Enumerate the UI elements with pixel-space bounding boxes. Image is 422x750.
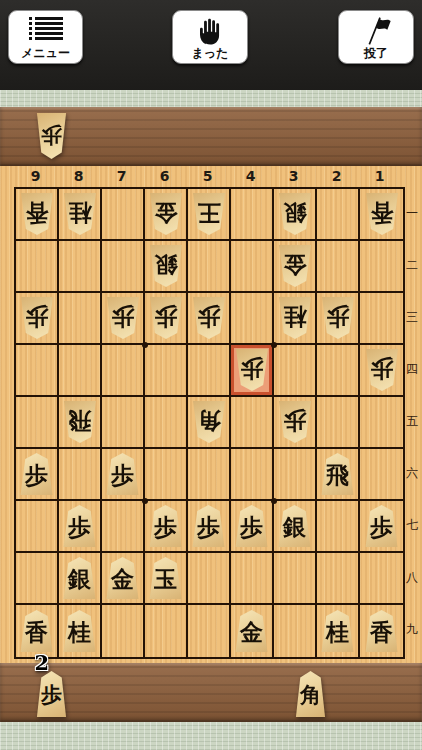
square-64[interactable] bbox=[145, 345, 188, 397]
sente-piece[interactable]: 飛 bbox=[321, 453, 355, 495]
square-68[interactable]: 玉 bbox=[145, 553, 188, 605]
square-69[interactable] bbox=[145, 605, 188, 657]
sente-piece[interactable]: 桂 bbox=[63, 610, 97, 652]
gote-piece[interactable]: 金 bbox=[278, 245, 312, 287]
file-coordinate-labels: 987654321 bbox=[14, 166, 401, 187]
toolbar: メニュー まった 投了 bbox=[0, 0, 422, 90]
square-31[interactable]: 銀 bbox=[274, 189, 317, 241]
square-36[interactable] bbox=[274, 449, 317, 501]
gote-piece[interactable]: 歩 bbox=[106, 297, 140, 339]
square-41[interactable] bbox=[231, 189, 274, 241]
resign-button-label: 投了 bbox=[364, 47, 388, 60]
square-35[interactable]: 歩 bbox=[274, 397, 317, 449]
gote-piece[interactable]: 角 bbox=[192, 401, 226, 443]
star-point bbox=[142, 498, 148, 504]
rank-label-5: 五 bbox=[402, 395, 422, 447]
square-93[interactable]: 歩 bbox=[16, 293, 59, 345]
sente-piece[interactable]: 歩 bbox=[192, 505, 226, 547]
square-21[interactable] bbox=[317, 189, 360, 241]
rank-label-9: 九 bbox=[402, 603, 422, 655]
square-85[interactable]: 飛 bbox=[59, 397, 102, 449]
sente-piece[interactable]: 歩 bbox=[20, 453, 54, 495]
square-76[interactable]: 歩 bbox=[102, 449, 145, 501]
square-72[interactable] bbox=[102, 241, 145, 293]
square-88[interactable]: 銀 bbox=[59, 553, 102, 605]
gote-piece[interactable]: 桂 bbox=[278, 297, 312, 339]
gote-piece[interactable]: 王 bbox=[192, 193, 226, 235]
square-47[interactable]: 歩 bbox=[231, 501, 274, 553]
square-78[interactable]: 金 bbox=[102, 553, 145, 605]
rank-label-1: 一 bbox=[402, 187, 422, 239]
file-label-3: 3 bbox=[272, 166, 315, 187]
square-66[interactable] bbox=[145, 449, 188, 501]
file-label-2: 2 bbox=[315, 166, 358, 187]
square-63[interactable]: 歩 bbox=[145, 293, 188, 345]
sente-piece[interactable]: 歩 bbox=[235, 505, 269, 547]
square-59[interactable] bbox=[188, 605, 231, 657]
square-75[interactable] bbox=[102, 397, 145, 449]
square-23[interactable]: 歩 bbox=[317, 293, 360, 345]
menu-button-label: メニュー bbox=[21, 47, 70, 60]
gote-piece[interactable]: 歩 bbox=[20, 297, 54, 339]
gote-piece[interactable]: 金 bbox=[149, 193, 183, 235]
square-18[interactable] bbox=[360, 553, 403, 605]
square-97[interactable] bbox=[16, 501, 59, 553]
rank-coordinate-labels: 一二三四五六七八九 bbox=[402, 187, 422, 655]
square-71[interactable] bbox=[102, 189, 145, 241]
matta-undo-button[interactable]: まった bbox=[172, 10, 248, 64]
square-26[interactable]: 飛 bbox=[317, 449, 360, 501]
square-79[interactable] bbox=[102, 605, 145, 657]
sente-piece[interactable]: 歩 bbox=[106, 453, 140, 495]
matta-button-label: まった bbox=[192, 47, 229, 60]
square-49[interactable]: 金 bbox=[231, 605, 274, 657]
square-94[interactable] bbox=[16, 345, 59, 397]
square-37[interactable]: 銀 bbox=[274, 501, 317, 553]
gote-piece[interactable]: 桂 bbox=[63, 193, 97, 235]
square-14[interactable]: 歩 bbox=[360, 345, 403, 397]
square-98[interactable] bbox=[16, 553, 59, 605]
flag-icon bbox=[339, 15, 413, 47]
raised-hand-icon bbox=[173, 15, 247, 47]
square-24[interactable] bbox=[317, 345, 360, 397]
file-label-1: 1 bbox=[358, 166, 401, 187]
menu-list-icon bbox=[9, 15, 82, 45]
square-55[interactable]: 角 bbox=[188, 397, 231, 449]
square-13[interactable] bbox=[360, 293, 403, 345]
square-54[interactable] bbox=[188, 345, 231, 397]
square-56[interactable] bbox=[188, 449, 231, 501]
square-96[interactable]: 歩 bbox=[16, 449, 59, 501]
gote-piece[interactable]: 歩 bbox=[149, 297, 183, 339]
sente-piece[interactable]: 歩 bbox=[149, 505, 183, 547]
gote-piece[interactable]: 香 bbox=[365, 193, 399, 235]
rank-label-6: 六 bbox=[402, 447, 422, 499]
file-label-6: 6 bbox=[143, 166, 186, 187]
square-28[interactable] bbox=[317, 553, 360, 605]
square-91[interactable]: 香 bbox=[16, 189, 59, 241]
gote-piece[interactable]: 歩 bbox=[278, 401, 312, 443]
square-25[interactable] bbox=[317, 397, 360, 449]
square-17[interactable]: 歩 bbox=[360, 501, 403, 553]
square-11[interactable]: 香 bbox=[360, 189, 403, 241]
sente-piece[interactable]: 歩 bbox=[63, 505, 97, 547]
resign-button[interactable]: 投了 bbox=[338, 10, 414, 64]
gote-piece[interactable]: 銀 bbox=[278, 193, 312, 235]
gote-hand-glyph[interactable]: 歩 bbox=[36, 113, 67, 159]
rank-label-7: 七 bbox=[402, 499, 422, 551]
square-86[interactable] bbox=[59, 449, 102, 501]
square-84[interactable] bbox=[59, 345, 102, 397]
sente-piece[interactable]: 歩 bbox=[365, 505, 399, 547]
square-62[interactable]: 銀 bbox=[145, 241, 188, 293]
square-61[interactable]: 金 bbox=[145, 189, 188, 241]
menu-button[interactable]: メニュー bbox=[8, 10, 83, 64]
square-32[interactable]: 金 bbox=[274, 241, 317, 293]
square-43[interactable] bbox=[231, 293, 274, 345]
square-27[interactable] bbox=[317, 501, 360, 553]
square-57[interactable]: 歩 bbox=[188, 501, 231, 553]
star-point bbox=[271, 498, 277, 504]
gote-captured-tray: 歩 bbox=[0, 107, 422, 166]
square-16[interactable] bbox=[360, 449, 403, 501]
sente-piece[interactable]: 香 bbox=[365, 610, 399, 652]
rank-label-2: 二 bbox=[402, 239, 422, 291]
square-81[interactable]: 桂 bbox=[59, 189, 102, 241]
square-15[interactable] bbox=[360, 397, 403, 449]
sente-piece[interactable]: 銀 bbox=[278, 505, 312, 547]
square-39[interactable] bbox=[274, 605, 317, 657]
square-38[interactable] bbox=[274, 553, 317, 605]
sente-hand-glyph[interactable]: 角 bbox=[295, 671, 326, 717]
square-34[interactable] bbox=[274, 345, 317, 397]
square-52[interactable] bbox=[188, 241, 231, 293]
gote-piece[interactable]: 飛 bbox=[63, 401, 97, 443]
rank-label-3: 三 bbox=[402, 291, 422, 343]
rank-label-4: 四 bbox=[402, 343, 422, 395]
sente-piece[interactable]: 玉 bbox=[149, 557, 183, 599]
square-46[interactable] bbox=[231, 449, 274, 501]
square-65[interactable] bbox=[145, 397, 188, 449]
sente-piece[interactable]: 金 bbox=[235, 610, 269, 652]
square-74[interactable] bbox=[102, 345, 145, 397]
square-29[interactable]: 桂 bbox=[317, 605, 360, 657]
square-22[interactable] bbox=[317, 241, 360, 293]
square-51[interactable]: 王 bbox=[188, 189, 231, 241]
square-44[interactable]: 歩 bbox=[231, 345, 274, 397]
square-12[interactable] bbox=[360, 241, 403, 293]
sente-hand-count: 2 bbox=[34, 650, 49, 675]
square-45[interactable] bbox=[231, 397, 274, 449]
shogi-app: メニュー まった 投了 歩 987654321 香桂金王銀香銀金歩歩歩歩桂歩歩歩… bbox=[0, 0, 422, 750]
square-19[interactable]: 香 bbox=[360, 605, 403, 657]
file-label-9: 9 bbox=[14, 166, 57, 187]
square-73[interactable]: 歩 bbox=[102, 293, 145, 345]
sente-piece[interactable]: 銀 bbox=[63, 557, 97, 599]
file-label-4: 4 bbox=[229, 166, 272, 187]
sente-piece[interactable]: 金 bbox=[106, 557, 140, 599]
board-grid: 香桂金王銀香銀金歩歩歩歩桂歩歩歩飛角歩歩歩飛歩歩歩歩銀歩銀金玉香桂金桂香 bbox=[14, 187, 405, 659]
rank-label-8: 八 bbox=[402, 551, 422, 603]
gote-piece[interactable]: 歩 bbox=[321, 297, 355, 339]
square-42[interactable] bbox=[231, 241, 274, 293]
square-67[interactable]: 歩 bbox=[145, 501, 188, 553]
gote-piece[interactable]: 銀 bbox=[149, 245, 183, 287]
gote-piece[interactable]: 歩 bbox=[365, 349, 399, 391]
star-point bbox=[271, 342, 277, 348]
square-87[interactable]: 歩 bbox=[59, 501, 102, 553]
gote-piece[interactable]: 歩 bbox=[235, 349, 269, 391]
square-82[interactable] bbox=[59, 241, 102, 293]
square-92[interactable] bbox=[16, 241, 59, 293]
sente-piece[interactable]: 香 bbox=[20, 610, 54, 652]
square-58[interactable] bbox=[188, 553, 231, 605]
star-point bbox=[142, 342, 148, 348]
sente-captured-tray: 歩2角 bbox=[0, 663, 422, 722]
square-33[interactable]: 桂 bbox=[274, 293, 317, 345]
sente-piece[interactable]: 桂 bbox=[321, 610, 355, 652]
gote-piece[interactable]: 香 bbox=[20, 193, 54, 235]
file-label-7: 7 bbox=[100, 166, 143, 187]
sente-hand-glyph[interactable]: 歩 bbox=[36, 671, 67, 717]
shogi-board: 987654321 香桂金王銀香銀金歩歩歩歩桂歩歩歩飛角歩歩歩飛歩歩歩歩銀歩銀金… bbox=[0, 166, 422, 663]
square-77[interactable] bbox=[102, 501, 145, 553]
square-48[interactable] bbox=[231, 553, 274, 605]
square-83[interactable] bbox=[59, 293, 102, 345]
file-label-5: 5 bbox=[186, 166, 229, 187]
square-53[interactable]: 歩 bbox=[188, 293, 231, 345]
gote-piece[interactable]: 歩 bbox=[192, 297, 226, 339]
file-label-8: 8 bbox=[57, 166, 100, 187]
square-89[interactable]: 桂 bbox=[59, 605, 102, 657]
square-95[interactable] bbox=[16, 397, 59, 449]
